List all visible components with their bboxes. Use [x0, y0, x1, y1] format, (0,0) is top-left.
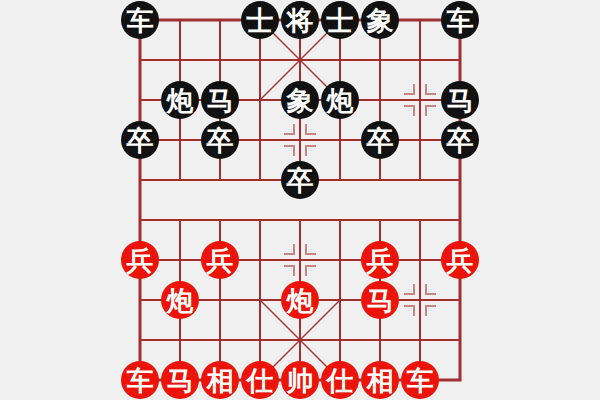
black-horse[interactable]: 马 — [441, 81, 479, 119]
black-general[interactable]: 将 — [281, 1, 319, 39]
marker-corner — [305, 124, 316, 135]
red-horse[interactable]: 马 — [161, 361, 199, 399]
black-cannon[interactable]: 炮 — [161, 81, 199, 119]
marker-corner — [425, 105, 436, 116]
marker-corner — [305, 145, 316, 156]
black-elephant[interactable]: 象 — [361, 1, 399, 39]
black-advisor[interactable]: 士 — [321, 1, 359, 39]
red-chariot[interactable]: 车 — [401, 361, 439, 399]
black-cannon[interactable]: 炮 — [321, 81, 359, 119]
marker-corner — [404, 105, 415, 116]
marker-corner — [404, 84, 415, 95]
red-horse[interactable]: 马 — [361, 281, 399, 319]
marker-corner — [284, 244, 295, 255]
xiangqi-app: 车士将士象车炮马象炮马卒卒卒卒卒兵兵兵兵炮炮马车马相仕帅仕相车 — [0, 0, 600, 400]
xiangqi-board: 车士将士象车炮马象炮马卒卒卒卒卒兵兵兵兵炮炮马车马相仕帅仕相车 — [120, 0, 480, 400]
last-move-marker — [404, 84, 436, 116]
marker-corner — [425, 284, 436, 295]
marker-corner — [284, 124, 295, 135]
black-chariot[interactable]: 车 — [121, 1, 159, 39]
last-move-marker — [284, 124, 316, 156]
red-pawn[interactable]: 兵 — [121, 241, 159, 279]
black-pawn[interactable]: 卒 — [121, 121, 159, 159]
red-pawn[interactable]: 兵 — [361, 241, 399, 279]
red-advisor[interactable]: 仕 — [321, 361, 359, 399]
red-elephant[interactable]: 相 — [361, 361, 399, 399]
black-chariot[interactable]: 车 — [441, 1, 479, 39]
red-pawn[interactable]: 兵 — [441, 241, 479, 279]
marker-corner — [284, 265, 295, 276]
marker-corner — [404, 284, 415, 295]
black-elephant[interactable]: 象 — [281, 81, 319, 119]
marker-corner — [284, 145, 295, 156]
last-move-marker — [284, 244, 316, 276]
black-pawn[interactable]: 卒 — [201, 121, 239, 159]
marker-corner — [404, 305, 415, 316]
marker-corner — [305, 265, 316, 276]
red-cannon[interactable]: 炮 — [161, 281, 199, 319]
red-elephant[interactable]: 相 — [201, 361, 239, 399]
red-chariot[interactable]: 车 — [121, 361, 159, 399]
red-advisor[interactable]: 仕 — [241, 361, 279, 399]
red-pawn[interactable]: 兵 — [201, 241, 239, 279]
marker-corner — [305, 244, 316, 255]
red-general[interactable]: 帅 — [281, 361, 319, 399]
black-advisor[interactable]: 士 — [241, 1, 279, 39]
last-move-marker — [404, 284, 436, 316]
black-pawn[interactable]: 卒 — [441, 121, 479, 159]
black-pawn[interactable]: 卒 — [361, 121, 399, 159]
marker-corner — [425, 84, 436, 95]
black-horse[interactable]: 马 — [201, 81, 239, 119]
black-pawn[interactable]: 卒 — [281, 161, 319, 199]
marker-corner — [425, 305, 436, 316]
red-cannon[interactable]: 炮 — [281, 281, 319, 319]
